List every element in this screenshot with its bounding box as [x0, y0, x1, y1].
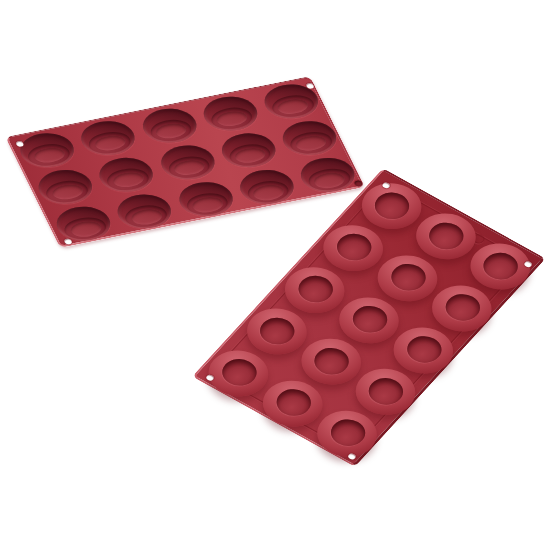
cavity-bottom-disc [312, 170, 348, 190]
tartlet-cavity [197, 92, 264, 134]
bump-ring-recess [346, 301, 394, 338]
cavity-bottom-disc [190, 195, 226, 215]
cavity-step [286, 129, 336, 157]
bump-ring-recess [324, 414, 372, 451]
cavity-step [103, 165, 153, 193]
cavity-step [164, 153, 214, 181]
bump-ring-recess [362, 372, 410, 409]
cavity-step [42, 177, 92, 205]
cavity-bottom-disc [31, 145, 67, 165]
cavity-step [305, 166, 355, 194]
tartlet-cavity [215, 129, 282, 171]
cavity-bottom-disc [232, 146, 268, 166]
cavity-step [85, 128, 135, 156]
bump-ring-recess [368, 187, 416, 224]
bump-ring-recess [292, 270, 340, 307]
tartlet-cavity [50, 203, 117, 245]
mold-flipped-bottom-up [192, 168, 546, 467]
cavity-step [183, 190, 233, 218]
bump-ring-recess [422, 217, 470, 254]
cavity-bottom-disc [293, 133, 329, 153]
cavity-step [24, 141, 74, 169]
cavity-step [268, 92, 318, 120]
tartlet-cavity [136, 104, 203, 146]
mold-cavity-side-up [5, 76, 365, 248]
cavity-bottom-disc [129, 207, 165, 227]
tartlet-cavity [14, 129, 81, 171]
bump-ring-recess [270, 384, 318, 421]
cavity-step [146, 116, 196, 144]
tartlet-cavity [111, 190, 178, 232]
tartlet-cavity [154, 141, 221, 183]
corner-hang-hole [354, 180, 364, 187]
cavity-bottom-disc [275, 96, 311, 116]
tartlet-cavity [233, 166, 300, 208]
tartlet-cavity [32, 166, 99, 208]
cavity-bottom-disc [49, 182, 85, 202]
tartlet-cavity [93, 153, 160, 195]
cavity-bottom-disc [92, 133, 128, 153]
cavity-bottom-disc [171, 158, 207, 178]
bump-ring-recess [215, 354, 263, 391]
bump-ring-recess [253, 312, 301, 349]
bump-ring-recess [308, 342, 356, 379]
cavity-step [207, 104, 257, 132]
product-photo-silicone-molds [0, 0, 550, 550]
cavity-step [122, 202, 172, 230]
cavity-bottom-disc [68, 219, 104, 239]
bump-ring-recess [384, 259, 432, 296]
tartlet-cavity [258, 80, 325, 122]
cavity-step [244, 178, 294, 206]
tartlet-cavity [172, 178, 239, 220]
tartlet-cavity [276, 117, 343, 159]
cavity-bottom-disc [214, 109, 250, 129]
cavity-bottom-disc [153, 121, 189, 141]
cavity-bottom-disc [110, 170, 146, 190]
bump-ring-recess [439, 289, 487, 326]
bump-ring-recess [400, 331, 448, 368]
cavity-step [225, 141, 275, 169]
bump-ring-recess [330, 229, 378, 266]
bump-ring-recess [477, 247, 525, 284]
cavity-bottom-disc [251, 183, 287, 203]
tartlet-cavity [75, 116, 142, 158]
tartlet-cavity [294, 154, 361, 196]
